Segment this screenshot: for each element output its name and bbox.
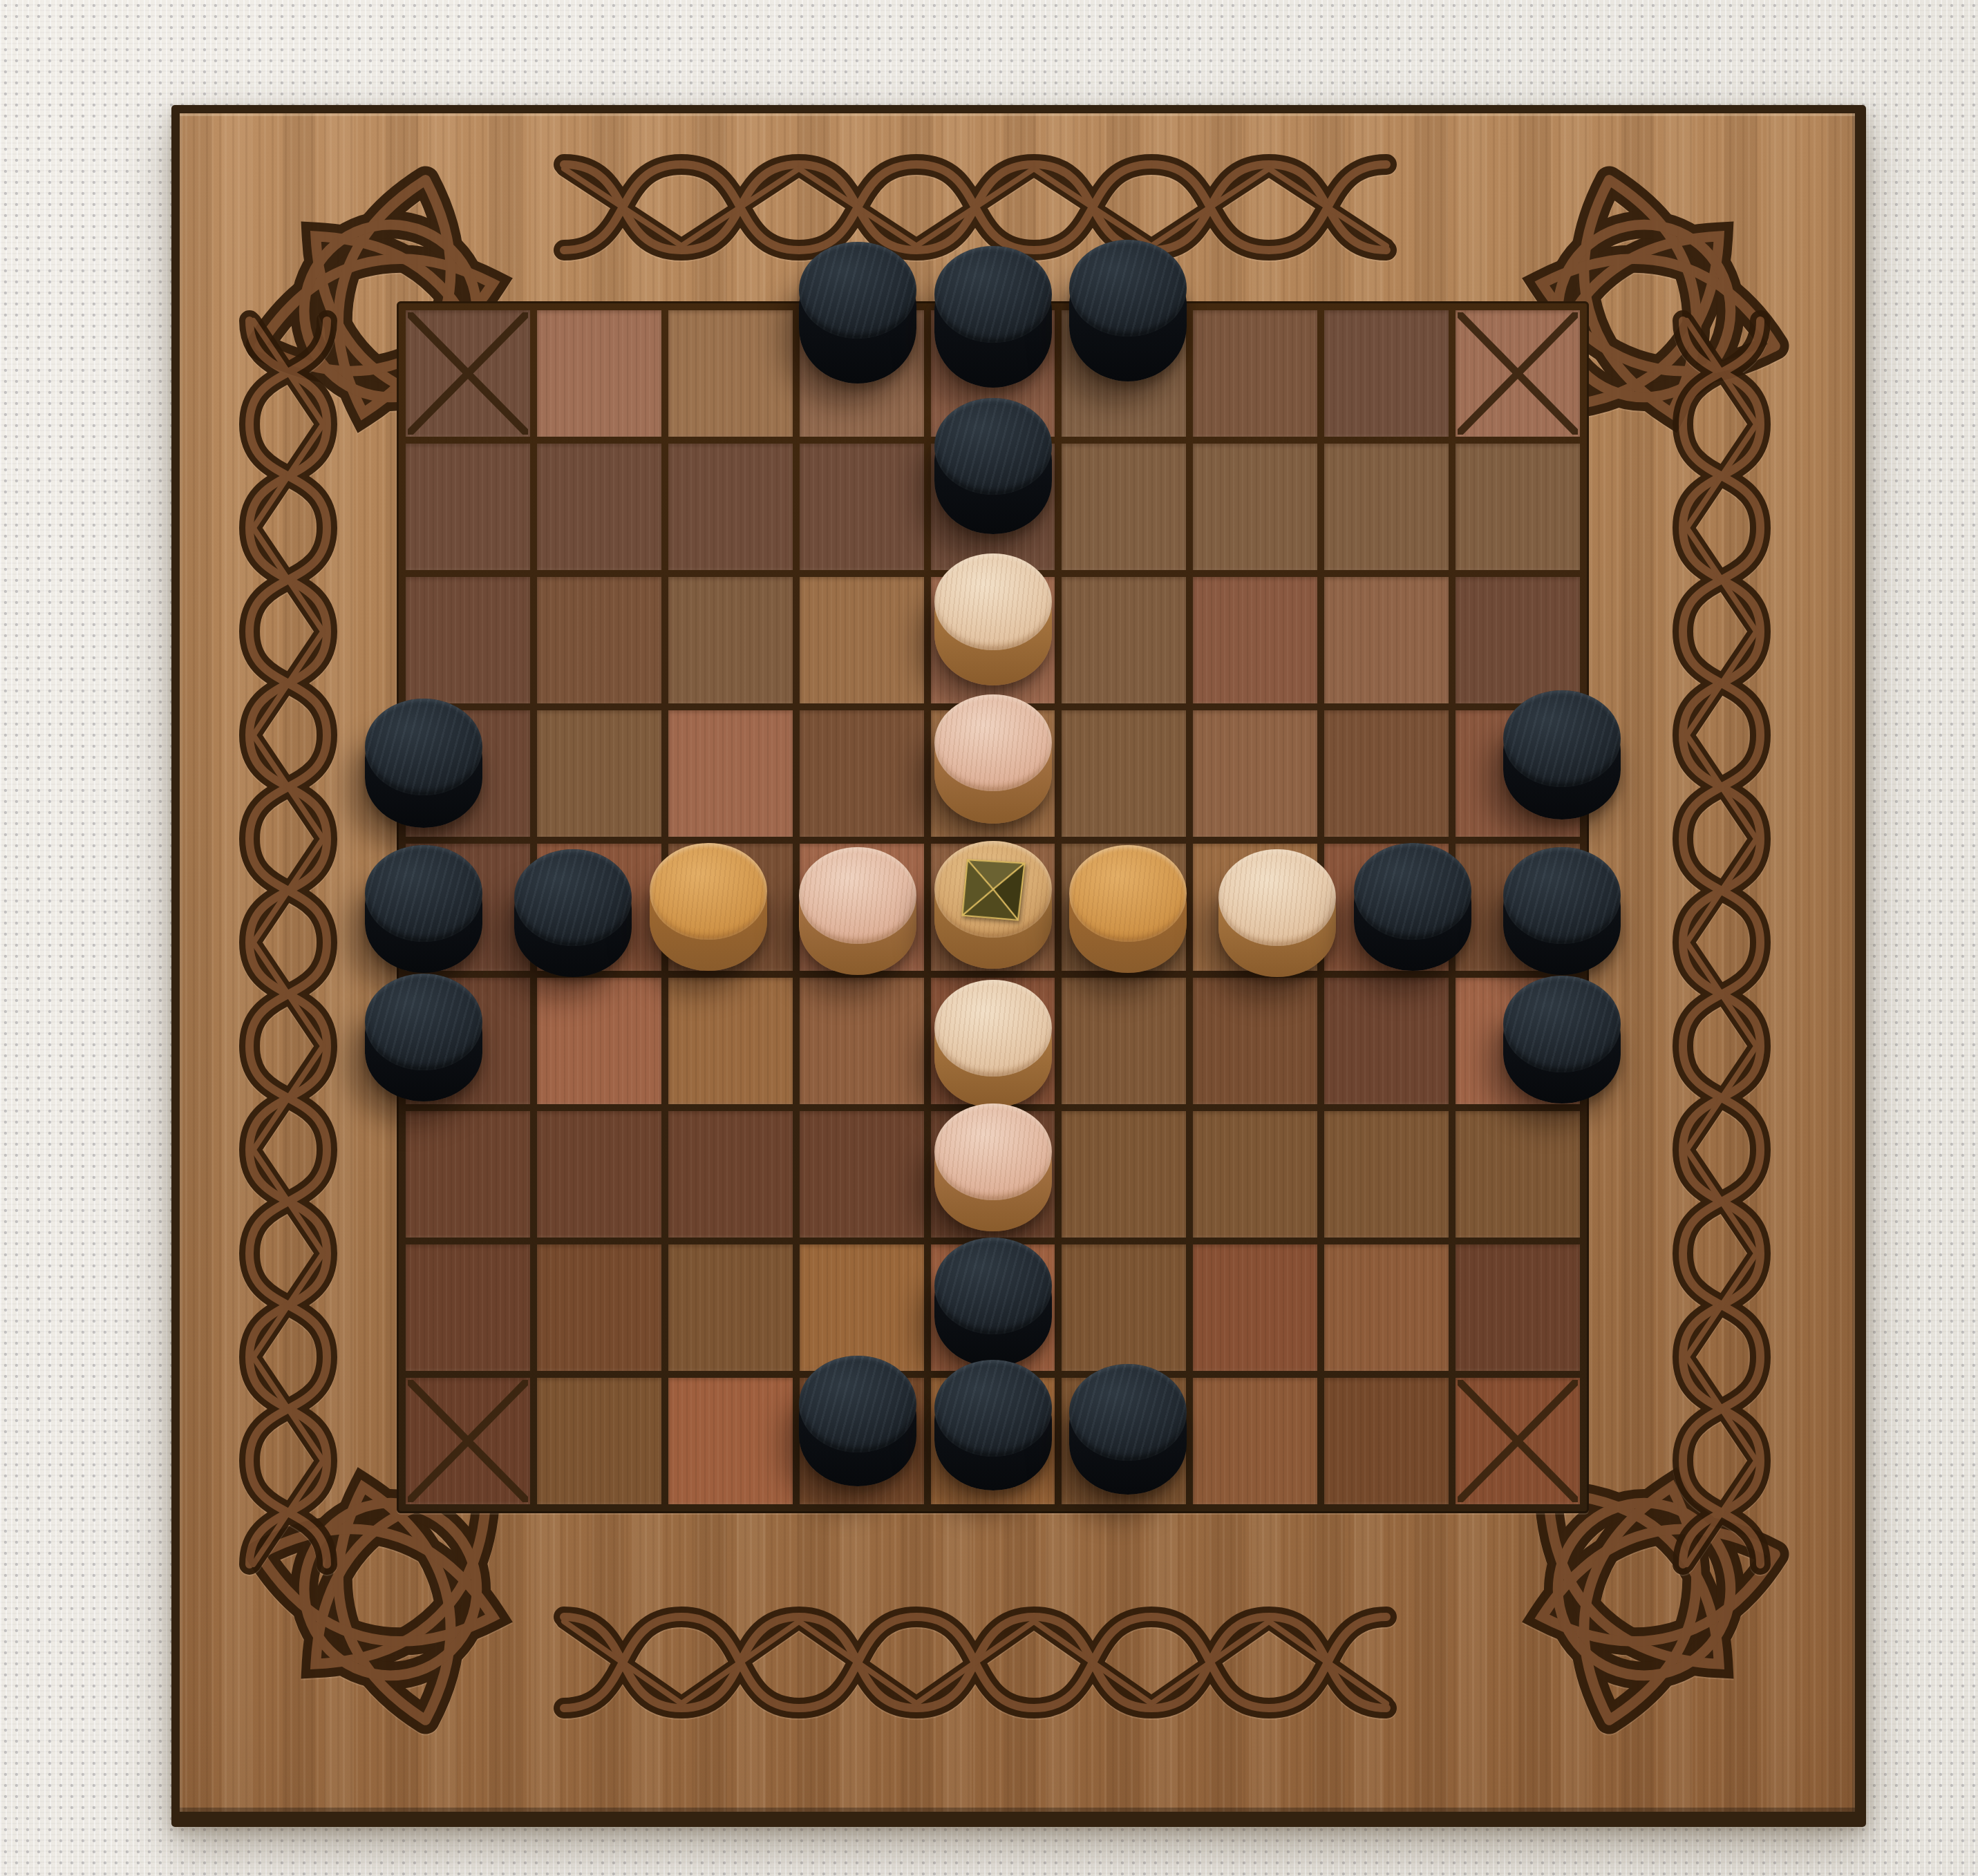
attacker-piece-e1[interactable] bbox=[934, 246, 1052, 388]
celtic-braid-bottom bbox=[564, 1584, 1490, 1741]
square-c7[interactable] bbox=[668, 1111, 793, 1238]
square-b9[interactable] bbox=[537, 1378, 661, 1504]
square-h3[interactable] bbox=[1324, 577, 1449, 703]
square-d4[interactable] bbox=[800, 710, 924, 837]
square-g4[interactable] bbox=[1193, 710, 1317, 837]
defender-piece-g5[interactable] bbox=[1218, 849, 1336, 978]
celtic-braid-right bbox=[1644, 321, 1799, 1564]
tafl-board bbox=[171, 105, 1866, 1827]
square-g8[interactable] bbox=[1193, 1244, 1317, 1371]
square-h4[interactable] bbox=[1324, 710, 1449, 837]
square-d8[interactable] bbox=[800, 1244, 924, 1371]
scene bbox=[0, 0, 1978, 1876]
attacker-piece-a5[interactable] bbox=[365, 845, 482, 974]
square-a3[interactable] bbox=[406, 577, 530, 703]
square-c4[interactable] bbox=[668, 710, 793, 837]
defender-piece-c5[interactable] bbox=[650, 843, 767, 972]
square-a7[interactable] bbox=[406, 1111, 530, 1238]
square-i7[interactable] bbox=[1456, 1111, 1580, 1238]
square-f4[interactable] bbox=[1062, 710, 1186, 837]
square-g7[interactable] bbox=[1193, 1111, 1317, 1238]
defender-piece-f5[interactable] bbox=[1069, 845, 1187, 974]
attacker-piece-i5[interactable] bbox=[1503, 847, 1621, 976]
defender-piece-e6[interactable] bbox=[934, 980, 1052, 1108]
square-i3[interactable] bbox=[1456, 577, 1580, 703]
square-i2[interactable] bbox=[1456, 444, 1580, 570]
square-h2[interactable] bbox=[1324, 444, 1449, 570]
square-i1[interactable] bbox=[1456, 310, 1580, 437]
square-h6[interactable] bbox=[1324, 978, 1449, 1104]
attacker-piece-f1[interactable] bbox=[1069, 240, 1187, 382]
square-a9[interactable] bbox=[406, 1378, 530, 1504]
attacker-piece-a6[interactable] bbox=[365, 974, 482, 1102]
square-b8[interactable] bbox=[537, 1244, 661, 1371]
king-pyramid-marker-icon bbox=[957, 853, 1028, 925]
square-f2[interactable] bbox=[1062, 444, 1186, 570]
square-b6[interactable] bbox=[537, 978, 661, 1104]
defender-piece-d5[interactable] bbox=[799, 847, 916, 976]
square-c6[interactable] bbox=[668, 978, 793, 1104]
square-g6[interactable] bbox=[1193, 978, 1317, 1104]
square-f6[interactable] bbox=[1062, 978, 1186, 1104]
square-f7[interactable] bbox=[1062, 1111, 1186, 1238]
square-d7[interactable] bbox=[800, 1111, 924, 1238]
square-b1[interactable] bbox=[537, 310, 661, 437]
square-h9[interactable] bbox=[1324, 1378, 1449, 1504]
square-g2[interactable] bbox=[1193, 444, 1317, 570]
square-h1[interactable] bbox=[1324, 310, 1449, 437]
attacker-piece-i6[interactable] bbox=[1503, 976, 1621, 1104]
attacker-piece-h5[interactable] bbox=[1354, 843, 1471, 972]
square-h8[interactable] bbox=[1324, 1244, 1449, 1371]
square-a1[interactable] bbox=[406, 310, 530, 437]
square-g3[interactable] bbox=[1193, 577, 1317, 703]
square-h7[interactable] bbox=[1324, 1111, 1449, 1238]
square-a2[interactable] bbox=[406, 444, 530, 570]
attacker-piece-a4[interactable] bbox=[365, 699, 482, 828]
king-piece-e5[interactable] bbox=[934, 841, 1052, 969]
square-g1[interactable] bbox=[1193, 310, 1317, 437]
square-g9[interactable] bbox=[1193, 1378, 1317, 1504]
attacker-piece-f9[interactable] bbox=[1069, 1364, 1187, 1495]
defender-piece-e7[interactable] bbox=[934, 1103, 1052, 1232]
square-d6[interactable] bbox=[800, 978, 924, 1104]
square-b4[interactable] bbox=[537, 710, 661, 837]
attacker-piece-e2[interactable] bbox=[934, 398, 1052, 535]
square-i8[interactable] bbox=[1456, 1244, 1580, 1371]
square-b7[interactable] bbox=[537, 1111, 661, 1238]
attacker-piece-i4[interactable] bbox=[1503, 690, 1621, 820]
square-b3[interactable] bbox=[537, 577, 661, 703]
square-c2[interactable] bbox=[668, 444, 793, 570]
square-f8[interactable] bbox=[1062, 1244, 1186, 1371]
square-c3[interactable] bbox=[668, 577, 793, 703]
square-b2[interactable] bbox=[537, 444, 661, 570]
attacker-piece-d1[interactable] bbox=[799, 242, 916, 384]
square-d3[interactable] bbox=[800, 577, 924, 703]
square-c9[interactable] bbox=[668, 1378, 793, 1504]
defender-piece-e4[interactable] bbox=[934, 694, 1052, 824]
attacker-piece-e9[interactable] bbox=[934, 1360, 1052, 1491]
square-d2[interactable] bbox=[800, 444, 924, 570]
square-c1[interactable] bbox=[668, 310, 793, 437]
square-i9[interactable] bbox=[1456, 1378, 1580, 1504]
celtic-braid-left bbox=[211, 321, 366, 1564]
attacker-piece-e8[interactable] bbox=[934, 1238, 1052, 1367]
square-c8[interactable] bbox=[668, 1244, 793, 1371]
attacker-piece-b5[interactable] bbox=[514, 849, 632, 978]
attacker-piece-d9[interactable] bbox=[799, 1356, 916, 1487]
square-f3[interactable] bbox=[1062, 577, 1186, 703]
defender-piece-e3[interactable] bbox=[934, 553, 1052, 686]
square-a8[interactable] bbox=[406, 1244, 530, 1371]
